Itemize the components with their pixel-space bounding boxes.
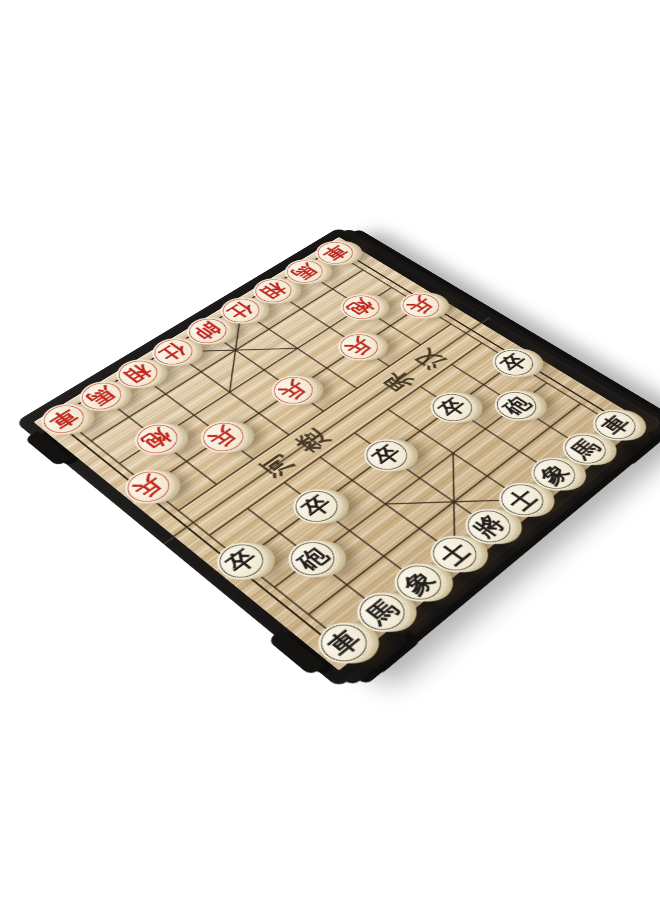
piece-glyph: 兵: [404, 295, 438, 317]
piece-glyph: 士: [503, 486, 542, 514]
piece-glyph: 士: [435, 539, 475, 569]
piece-glyph: 相: [257, 280, 290, 301]
piece-glyph: 兵: [275, 378, 311, 402]
piece-glyph: 砲: [293, 543, 333, 574]
piece-glyph: 將: [469, 512, 508, 541]
piece-glyph: 馬: [83, 384, 119, 409]
piece-glyph: 馬: [567, 436, 604, 463]
xiangqi-board: 楚河汉界 車馬相仕帥仕相馬車炮炮兵兵兵兵兵卒卒卒卒卒砲砲車馬象士將士象馬車: [34, 237, 645, 671]
piece-glyph: 炮: [139, 426, 176, 452]
piece-glyph: 兵: [129, 473, 167, 501]
piece-glyph: 車: [45, 406, 82, 431]
piece-glyph: 卒: [368, 442, 406, 469]
piece-glyph: 卒: [496, 351, 531, 374]
piece-glyph: 相: [120, 362, 156, 386]
piece-glyph: 車: [323, 626, 365, 660]
piece-glyph: 兵: [205, 424, 242, 450]
piece-glyph: 象: [399, 567, 440, 599]
piece-glyph: 馬: [361, 596, 403, 629]
piece-glyph: 仕: [156, 340, 191, 363]
board-surface[interactable]: 楚河汉界: [34, 237, 645, 671]
piece-glyph: 車: [597, 412, 634, 438]
board-grid: [34, 237, 645, 671]
piece-glyph: 卒: [221, 546, 261, 577]
piece-glyph: 象: [535, 460, 573, 487]
piece-glyph: 馬: [288, 261, 321, 282]
piece-glyph: 卒: [434, 395, 470, 420]
product-photo-background: 楚河汉界 車馬相仕帥仕相馬車炮炮兵兵兵兵兵卒卒卒卒卒砲砲車馬象士將士象馬車: [0, 0, 660, 900]
piece-glyph: 帥: [191, 320, 225, 342]
piece-glyph: 炮: [344, 296, 378, 318]
piece-glyph: 兵: [342, 335, 377, 358]
piece-glyph: 卒: [297, 492, 336, 521]
piece-glyph: 仕: [224, 300, 258, 322]
piece-glyph: 砲: [498, 393, 534, 418]
piece-glyph: 車: [319, 243, 351, 263]
